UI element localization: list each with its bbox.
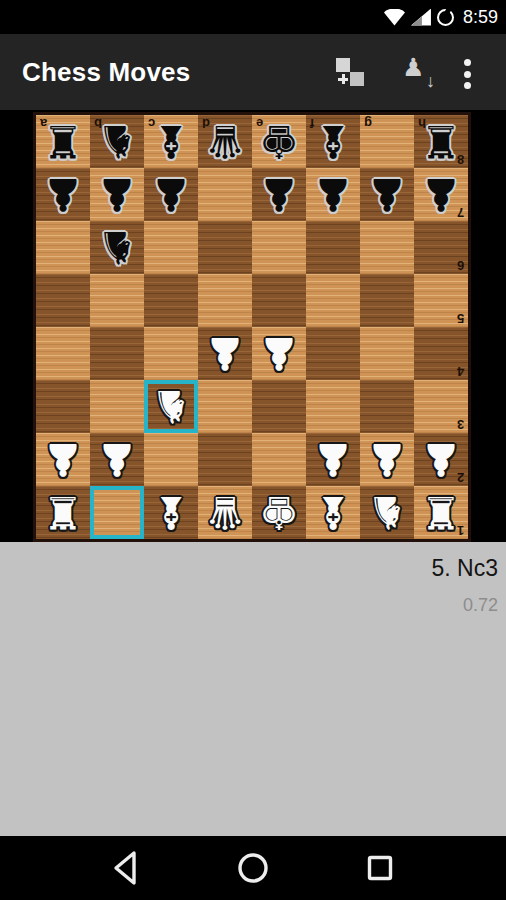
nav-home-button[interactable] [235,850,271,886]
white-pawn: ♟ [198,327,252,380]
data-usage-icon [437,9,454,26]
coordinate-label: 2 [457,471,464,484]
coordinate-label: g [364,117,372,130]
black-pawn: ♟ [252,168,306,221]
black-king: ♚ [252,115,306,168]
board-editor-button[interactable] [336,58,364,86]
black-rook: ♜ [36,115,90,168]
square-b8[interactable]: ♞b [90,115,144,168]
overflow-menu-button[interactable] [464,59,472,89]
coordinate-label: h [418,117,426,130]
coordinate-label: e [256,117,263,130]
board-plus-icon [336,58,350,72]
square-a6[interactable] [36,221,90,274]
white-pawn: ♟ [360,433,414,486]
status-clock: 8:59 [463,7,498,28]
evaluation-value: 0.72 [463,595,498,616]
square-a2[interactable]: ♟ [36,433,90,486]
square-d1[interactable]: ♛ [198,486,252,539]
square-h3[interactable]: 3 [414,380,468,433]
white-pawn: ♟ [414,433,468,486]
square-f6[interactable] [306,221,360,274]
square-a7[interactable]: ♟ [36,168,90,221]
recents-icon [362,850,398,886]
coordinate-label: f [310,117,314,130]
square-e1[interactable]: ♚ [252,486,306,539]
white-queen: ♛ [198,486,252,539]
coordinate-label: 1 [457,524,464,537]
cell-signal-icon [411,9,431,26]
square-b5[interactable] [90,274,144,327]
move-list-item[interactable]: ♜8♞♝♛♚♝♜♟7♟♟♟♟♟♟6♞54♟♟3♞♟2♟♟♟♟♜1ab♝c♛d♚e… [0,542,506,836]
wifi-icon [384,9,405,26]
square-f2[interactable]: ♟ [306,433,360,486]
square-d7[interactable] [198,168,252,221]
square-b1[interactable] [90,486,144,539]
black-rook: ♜ [414,115,468,168]
square-c6[interactable] [144,221,198,274]
coordinate-label: 5 [457,312,464,325]
coordinate-label: 7 [457,206,464,219]
black-bishop: ♝ [144,115,198,168]
square-g3[interactable] [360,380,414,433]
square-c4[interactable] [144,327,198,380]
square-e5[interactable] [252,274,306,327]
app-title: Chess Moves [22,57,190,88]
coordinate-label: 3 [457,418,464,431]
status-bar: 8:59 [0,0,506,34]
square-c7[interactable]: ♟ [144,168,198,221]
square-c2[interactable] [144,433,198,486]
black-pawn: ♟ [144,168,198,221]
square-b4[interactable] [90,327,144,380]
plus-icon [336,72,350,86]
phone-screen: 8:59 Chess Moves ♟ ↓ ♜a♞b♝c♛d♚e♝fg♜h8♟♟♟… [0,0,506,900]
white-bishop: ♝ [144,486,198,539]
white-rook: ♜ [36,486,90,539]
pawn-icon: ♟ [402,53,424,82]
coordinate-label: d [202,117,210,130]
square-f3[interactable] [306,380,360,433]
coordinate-label: a [40,117,47,130]
black-pawn: ♟ [360,168,414,221]
square-f4[interactable] [306,327,360,380]
coordinate-label: c [148,117,155,130]
square-h7[interactable]: ♟7 [414,168,468,221]
square-e6[interactable] [252,221,306,274]
square-f8[interactable]: ♝f [306,115,360,168]
white-rook: ♜ [414,486,468,539]
coordinate-label: 4 [457,365,464,378]
square-d8[interactable]: ♛d [198,115,252,168]
square-e2[interactable] [252,433,306,486]
white-pawn: ♟ [36,433,90,486]
square-a3[interactable] [36,380,90,433]
square-c5[interactable] [144,274,198,327]
black-pawn: ♟ [414,168,468,221]
square-e8[interactable]: ♚e [252,115,306,168]
move-list-button[interactable]: ♟ ↓ [402,55,436,89]
square-b2[interactable]: ♟ [90,433,144,486]
coordinate-label: 6 [457,259,464,272]
square-b7[interactable]: ♟ [90,168,144,221]
square-h1[interactable]: ♜1 [414,486,468,539]
main-board[interactable]: ♜a♞b♝c♛d♚e♝fg♜h8♟♟♟♟♟♟♟7♞65♟♟4♞3♟♟♟♟♟2♜♝… [33,112,471,542]
black-pawn: ♟ [306,168,360,221]
square-a1[interactable]: ♜ [36,486,90,539]
square-g1[interactable]: ♞ [360,486,414,539]
square-d5[interactable] [198,274,252,327]
white-king: ♚ [252,486,306,539]
black-pawn: ♟ [36,168,90,221]
white-pawn: ♟ [306,433,360,486]
home-icon [235,850,271,886]
square-d2[interactable] [198,433,252,486]
square-h6[interactable]: 6 [414,221,468,274]
white-bishop: ♝ [306,486,360,539]
nav-back-button[interactable] [108,850,144,886]
square-c3[interactable]: ♞ [144,380,198,433]
square-f5[interactable] [306,274,360,327]
square-g6[interactable] [360,221,414,274]
navigation-bar [0,836,506,900]
square-d3[interactable] [198,380,252,433]
black-bishop: ♝ [306,115,360,168]
square-g4[interactable] [360,327,414,380]
square-e4[interactable]: ♟ [252,327,306,380]
square-d4[interactable]: ♟ [198,327,252,380]
square-a5[interactable] [36,274,90,327]
black-queen: ♛ [198,115,252,168]
white-knight: ♞ [144,380,198,433]
square-g2[interactable]: ♟ [360,433,414,486]
square-h8[interactable]: ♜h8 [414,115,468,168]
coordinate-label: b [94,117,102,130]
square-c8[interactable]: ♝c [144,115,198,168]
square-h4[interactable]: 4 [414,327,468,380]
square-b6[interactable]: ♞ [90,221,144,274]
black-knight: ♞ [90,221,144,274]
square-f7[interactable]: ♟ [306,168,360,221]
square-e3[interactable] [252,380,306,433]
black-knight: ♞ [90,115,144,168]
app-bar: Chess Moves ♟ ↓ [0,34,506,110]
white-pawn: ♟ [252,327,306,380]
square-g8[interactable]: g [360,115,414,168]
square-f1[interactable]: ♝ [306,486,360,539]
square-h5[interactable]: 5 [414,274,468,327]
back-icon [108,850,144,886]
down-arrow-icon: ↓ [426,71,435,92]
coordinate-label: 8 [457,153,464,166]
square-b3[interactable] [90,380,144,433]
square-e7[interactable]: ♟ [252,168,306,221]
square-g7[interactable]: ♟ [360,168,414,221]
square-d6[interactable] [198,221,252,274]
square-c1[interactable]: ♝ [144,486,198,539]
square-a4[interactable] [36,327,90,380]
white-pawn: ♟ [90,433,144,486]
kebab-menu-icon [464,59,471,66]
black-pawn: ♟ [90,168,144,221]
move-label: 5. Nc3 [432,555,498,582]
nav-recents-button[interactable] [362,850,398,886]
square-h2[interactable]: ♟2 [414,433,468,486]
square-g5[interactable] [360,274,414,327]
square-a8[interactable]: ♜a [36,115,90,168]
white-knight: ♞ [360,486,414,539]
